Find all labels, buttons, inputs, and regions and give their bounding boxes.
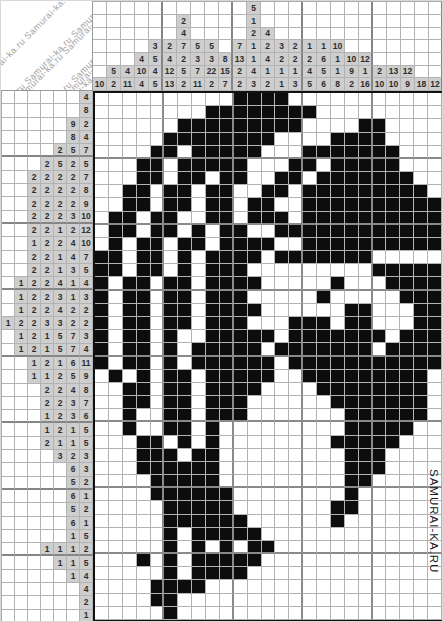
grid-cell[interactable] [262,541,276,554]
grid-cell[interactable] [359,159,373,172]
grid-cell[interactable] [414,119,428,132]
grid-cell[interactable] [262,554,276,567]
grid-cell[interactable] [151,580,165,593]
grid-cell[interactable] [275,515,289,528]
grid-cell[interactable] [317,409,331,422]
grid-cell[interactable] [137,462,151,475]
grid-cell[interactable] [428,106,442,119]
grid-cell[interactable] [386,370,400,383]
grid-cell[interactable] [303,198,317,211]
grid-cell[interactable] [289,291,303,304]
grid-cell[interactable] [206,370,220,383]
grid-cell[interactable] [164,172,178,185]
grid-cell[interactable] [220,357,234,370]
grid-cell[interactable] [192,409,206,422]
grid-cell[interactable] [109,264,123,277]
grid-cell[interactable] [192,291,206,304]
grid-cell[interactable] [414,133,428,146]
grid-cell[interactable] [164,238,178,251]
grid-cell[interactable] [95,159,109,172]
grid-cell[interactable] [275,383,289,396]
grid-cell[interactable] [206,528,220,541]
grid-cell[interactable] [109,488,123,501]
grid-cell[interactable] [289,343,303,356]
grid-cell[interactable] [151,488,165,501]
grid-cell[interactable] [317,515,331,528]
grid-cell[interactable] [123,198,137,211]
grid-cell[interactable] [289,238,303,251]
grid-cell[interactable] [248,93,262,106]
grid-cell[interactable] [206,475,220,488]
grid-cell[interactable] [400,357,414,370]
grid-cell[interactable] [164,304,178,317]
grid-cell[interactable] [234,172,248,185]
grid-cell[interactable] [192,422,206,435]
grid-cell[interactable] [178,383,192,396]
grid-cell[interactable] [220,554,234,567]
grid-cell[interactable] [234,119,248,132]
grid-cell[interactable] [414,159,428,172]
grid-cell[interactable] [400,304,414,317]
grid-cell[interactable] [262,264,276,277]
grid-cell[interactable] [192,554,206,567]
grid-cell[interactable] [317,277,331,290]
grid-cell[interactable] [400,567,414,580]
grid-cell[interactable] [331,185,345,198]
grid-cell[interactable] [192,172,206,185]
grid-cell[interactable] [178,159,192,172]
grid-cell[interactable] [151,422,165,435]
grid-cell[interactable] [95,528,109,541]
grid-cell[interactable] [151,449,165,462]
grid-cell[interactable] [428,422,442,435]
grid-cell[interactable] [95,383,109,396]
grid-cell[interactable] [400,291,414,304]
grid-cell[interactable] [248,133,262,146]
grid-cell[interactable] [345,475,359,488]
grid-cell[interactable] [123,357,137,370]
grid-cell[interactable] [151,475,165,488]
grid-cell[interactable] [373,515,387,528]
grid-cell[interactable] [289,541,303,554]
grid-cell[interactable] [345,185,359,198]
grid-cell[interactable] [234,185,248,198]
grid-cell[interactable] [317,159,331,172]
grid-cell[interactable] [289,198,303,211]
grid-cell[interactable] [137,277,151,290]
grid-cell[interactable] [400,343,414,356]
grid-cell[interactable] [345,291,359,304]
grid-cell[interactable] [178,119,192,132]
grid-cell[interactable] [206,251,220,264]
grid-cell[interactable] [400,488,414,501]
grid-cell[interactable] [359,567,373,580]
grid-cell[interactable] [192,488,206,501]
grid-cell[interactable] [123,501,137,514]
grid-cell[interactable] [386,383,400,396]
grid-cell[interactable] [95,304,109,317]
grid-cell[interactable] [206,383,220,396]
grid-cell[interactable] [400,277,414,290]
grid-cell[interactable] [109,343,123,356]
grid-cell[interactable] [359,251,373,264]
grid-cell[interactable] [373,146,387,159]
grid-cell[interactable] [123,343,137,356]
grid-cell[interactable] [248,449,262,462]
grid-cell[interactable] [262,185,276,198]
grid-cell[interactable] [262,330,276,343]
grid-cell[interactable] [373,383,387,396]
grid-cell[interactable] [303,541,317,554]
grid-cell[interactable] [206,554,220,567]
grid-cell[interactable] [164,449,178,462]
grid-cell[interactable] [234,277,248,290]
grid-cell[interactable] [248,357,262,370]
grid-cell[interactable] [95,541,109,554]
grid-cell[interactable] [414,449,428,462]
grid-cell[interactable] [400,146,414,159]
grid-cell[interactable] [192,277,206,290]
grid-cell[interactable] [331,330,345,343]
grid-cell[interactable] [262,515,276,528]
grid-cell[interactable] [248,212,262,225]
grid-cell[interactable] [123,106,137,119]
grid-cell[interactable] [317,212,331,225]
grid-cell[interactable] [178,515,192,528]
grid-cell[interactable] [151,515,165,528]
grid-cell[interactable] [206,225,220,238]
grid-cell[interactable] [373,357,387,370]
grid-cell[interactable] [137,554,151,567]
grid-cell[interactable] [428,93,442,106]
grid-cell[interactable] [123,515,137,528]
grid-cell[interactable] [220,607,234,620]
grid-cell[interactable] [123,488,137,501]
grid-cell[interactable] [289,277,303,290]
grid-cell[interactable] [359,594,373,607]
grid-cell[interactable] [331,238,345,251]
grid-cell[interactable] [248,383,262,396]
grid-cell[interactable] [137,357,151,370]
grid-cell[interactable] [248,159,262,172]
grid-cell[interactable] [220,133,234,146]
grid-cell[interactable] [289,304,303,317]
grid-cell[interactable] [275,436,289,449]
grid-cell[interactable] [345,251,359,264]
grid-cell[interactable] [248,554,262,567]
grid-cell[interactable] [400,330,414,343]
grid-cell[interactable] [303,172,317,185]
grid-cell[interactable] [123,238,137,251]
grid-cell[interactable] [275,449,289,462]
grid-cell[interactable] [178,580,192,593]
grid-cell[interactable] [248,172,262,185]
grid-cell[interactable] [386,541,400,554]
grid-cell[interactable] [386,594,400,607]
grid-cell[interactable] [373,159,387,172]
grid-cell[interactable] [414,264,428,277]
grid-cell[interactable] [400,422,414,435]
grid-cell[interactable] [289,607,303,620]
grid-cell[interactable] [95,462,109,475]
grid-cell[interactable] [345,370,359,383]
grid-cell[interactable] [234,488,248,501]
grid-cell[interactable] [109,449,123,462]
grid-cell[interactable] [192,449,206,462]
grid-cell[interactable] [192,106,206,119]
grid-cell[interactable] [95,225,109,238]
grid-cell[interactable] [206,93,220,106]
grid-cell[interactable] [359,462,373,475]
grid-cell[interactable] [345,146,359,159]
grid-cell[interactable] [275,172,289,185]
grid-cell[interactable] [275,528,289,541]
grid-cell[interactable] [303,277,317,290]
grid-cell[interactable] [262,304,276,317]
grid-cell[interactable] [95,607,109,620]
grid-cell[interactable] [303,528,317,541]
grid-cell[interactable] [303,238,317,251]
grid-cell[interactable] [109,515,123,528]
grid-cell[interactable] [234,330,248,343]
grid-cell[interactable] [275,119,289,132]
grid-cell[interactable] [109,594,123,607]
grid-cell[interactable] [137,185,151,198]
grid-cell[interactable] [248,396,262,409]
grid-cell[interactable] [275,264,289,277]
grid-cell[interactable] [178,106,192,119]
grid-cell[interactable] [206,422,220,435]
grid-cell[interactable] [331,567,345,580]
grid-cell[interactable] [289,264,303,277]
grid-cell[interactable] [220,251,234,264]
grid-cell[interactable] [109,462,123,475]
grid-cell[interactable] [123,159,137,172]
grid-cell[interactable] [123,119,137,132]
grid-cell[interactable] [178,541,192,554]
grid-cell[interactable] [386,462,400,475]
grid-cell[interactable] [400,594,414,607]
grid-cell[interactable] [317,198,331,211]
grid-cell[interactable] [262,291,276,304]
grid-cell[interactable] [109,133,123,146]
grid-cell[interactable] [359,291,373,304]
grid-cell[interactable] [220,159,234,172]
grid-cell[interactable] [137,475,151,488]
grid-cell[interactable] [373,304,387,317]
grid-cell[interactable] [400,198,414,211]
grid-cell[interactable] [95,106,109,119]
grid-cell[interactable] [373,185,387,198]
grid-cell[interactable] [428,383,442,396]
grid-cell[interactable] [220,396,234,409]
grid-cell[interactable] [373,370,387,383]
grid-cell[interactable] [192,225,206,238]
grid-cell[interactable] [373,330,387,343]
grid-cell[interactable] [151,225,165,238]
grid-cell[interactable] [164,106,178,119]
grid-cell[interactable] [137,172,151,185]
grid-cell[interactable] [178,449,192,462]
grid-cell[interactable] [234,436,248,449]
grid-cell[interactable] [359,225,373,238]
grid-cell[interactable] [206,133,220,146]
grid-cell[interactable] [206,330,220,343]
grid-cell[interactable] [317,607,331,620]
grid-cell[interactable] [414,238,428,251]
grid-cell[interactable] [400,409,414,422]
grid-cell[interactable] [151,330,165,343]
grid-cell[interactable] [137,607,151,620]
grid-cell[interactable] [262,462,276,475]
grid-cell[interactable] [164,357,178,370]
grid-cell[interactable] [303,607,317,620]
grid-cell[interactable] [151,436,165,449]
grid-cell[interactable] [386,146,400,159]
grid-cell[interactable] [164,343,178,356]
grid-cell[interactable] [234,554,248,567]
grid-cell[interactable] [331,133,345,146]
grid-cell[interactable] [386,515,400,528]
grid-cell[interactable] [137,567,151,580]
grid-cell[interactable] [206,291,220,304]
grid-cell[interactable] [400,264,414,277]
grid-cell[interactable] [373,133,387,146]
grid-cell[interactable] [331,93,345,106]
grid-cell[interactable] [95,238,109,251]
grid-cell[interactable] [151,370,165,383]
grid-cell[interactable] [303,93,317,106]
grid-cell[interactable] [192,462,206,475]
grid-cell[interactable] [262,198,276,211]
grid-cell[interactable] [164,212,178,225]
grid-cell[interactable] [359,304,373,317]
grid-cell[interactable] [414,93,428,106]
grid-cell[interactable] [331,304,345,317]
grid-cell[interactable] [109,409,123,422]
grid-cell[interactable] [164,462,178,475]
grid-cell[interactable] [414,357,428,370]
grid-cell[interactable] [95,172,109,185]
grid-cell[interactable] [359,93,373,106]
grid-cell[interactable] [289,119,303,132]
grid-cell[interactable] [234,462,248,475]
grid-cell[interactable] [373,251,387,264]
grid-cell[interactable] [164,330,178,343]
grid-cell[interactable] [123,264,137,277]
grid-cell[interactable] [400,501,414,514]
grid-cell[interactable] [373,225,387,238]
grid-cell[interactable] [151,396,165,409]
grid-cell[interactable] [178,93,192,106]
grid-cell[interactable] [331,501,345,514]
grid-cell[interactable] [109,277,123,290]
grid-cell[interactable] [178,436,192,449]
grid-cell[interactable] [386,409,400,422]
grid-cell[interactable] [345,580,359,593]
grid-cell[interactable] [428,277,442,290]
grid-cell[interactable] [331,383,345,396]
grid-cell[interactable] [317,488,331,501]
grid-cell[interactable] [248,304,262,317]
grid-cell[interactable] [317,225,331,238]
grid-cell[interactable] [373,343,387,356]
grid-cell[interactable] [95,580,109,593]
grid-cell[interactable] [206,462,220,475]
grid-cell[interactable] [164,251,178,264]
grid-cell[interactable] [289,370,303,383]
grid-cell[interactable] [164,146,178,159]
grid-cell[interactable] [137,251,151,264]
grid-cell[interactable] [151,251,165,264]
grid-cell[interactable] [289,172,303,185]
grid-cell[interactable] [234,357,248,370]
grid-cell[interactable] [137,370,151,383]
grid-cell[interactable] [400,607,414,620]
grid-cell[interactable] [151,291,165,304]
grid-cell[interactable] [262,225,276,238]
grid-cell[interactable] [164,264,178,277]
grid-cell[interactable] [206,264,220,277]
grid-cell[interactable] [206,607,220,620]
grid-cell[interactable] [178,409,192,422]
grid-cell[interactable] [345,264,359,277]
grid-cell[interactable] [331,106,345,119]
grid-cell[interactable] [317,567,331,580]
grid-cell[interactable] [373,541,387,554]
grid-cell[interactable] [192,436,206,449]
grid-cell[interactable] [178,304,192,317]
grid-cell[interactable] [137,317,151,330]
grid-cell[interactable] [123,172,137,185]
grid-cell[interactable] [262,119,276,132]
grid-cell[interactable] [331,357,345,370]
grid-cell[interactable] [248,264,262,277]
grid-cell[interactable] [373,449,387,462]
grid-cell[interactable] [234,594,248,607]
grid-cell[interactable] [192,580,206,593]
grid-cell[interactable] [331,528,345,541]
grid-cell[interactable] [137,264,151,277]
grid-cell[interactable] [206,396,220,409]
grid-cell[interactable] [137,409,151,422]
grid-cell[interactable] [164,501,178,514]
grid-cell[interactable] [164,317,178,330]
grid-cell[interactable] [345,462,359,475]
grid-cell[interactable] [234,396,248,409]
grid-cell[interactable] [359,185,373,198]
grid-cell[interactable] [331,462,345,475]
grid-cell[interactable] [317,291,331,304]
grid-cell[interactable] [178,251,192,264]
grid-cell[interactable] [345,515,359,528]
grid-cell[interactable] [345,172,359,185]
grid-cell[interactable] [428,159,442,172]
grid-cell[interactable] [206,488,220,501]
grid-cell[interactable] [109,185,123,198]
grid-cell[interactable] [289,475,303,488]
grid-cell[interactable] [192,501,206,514]
grid-cell[interactable] [151,528,165,541]
grid-cell[interactable] [234,607,248,620]
grid-cell[interactable] [95,317,109,330]
grid-cell[interactable] [275,330,289,343]
grid-cell[interactable] [178,330,192,343]
grid-cell[interactable] [109,93,123,106]
grid-cell[interactable] [123,383,137,396]
grid-cell[interactable] [303,436,317,449]
grid-cell[interactable] [386,501,400,514]
